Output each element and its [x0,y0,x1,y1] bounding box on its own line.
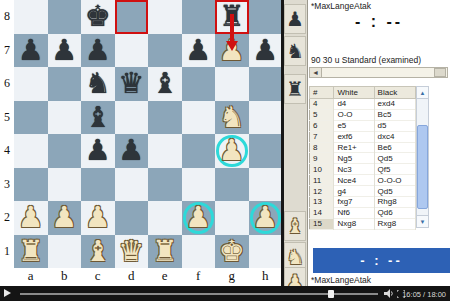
square-b1[interactable] [48,235,82,269]
rank-label-4: 4 [0,134,14,168]
rank-label-7: 7 [0,34,14,68]
white-rook-e1[interactable]: ♜ [148,235,182,269]
move-row-9[interactable]: 9Ng5Qd5 [310,153,416,164]
square-a7[interactable]: ♟ [14,34,48,68]
black-move[interactable]: Qd6 [374,207,415,218]
move-row-8[interactable]: 8Re1+Be6 [310,142,416,153]
rank-label-2: 2 [0,201,14,235]
move-number: 12 [310,186,334,197]
rank-label-3: 3 [0,168,14,202]
white-move[interactable]: exf6 [334,131,374,142]
chess-board: ♚♜♟♟♟♟♟♟♞♛♝♝♞♟♟♟♟♟♟♟♟♜♝♛♜♚ [14,0,282,268]
file-label-c: c [81,268,115,284]
black-pawn-c7[interactable]: ♟ [81,34,115,68]
square-a1[interactable]: ♜ [14,235,48,269]
square-a8[interactable] [14,0,48,34]
move-number: 6 [310,120,334,131]
move-row-11[interactable]: 11Nce4O-O-O [310,175,416,186]
white-pawn-f2[interactable]: ♟ [182,201,216,235]
square-a3[interactable] [14,168,48,202]
square-d2[interactable] [115,201,149,235]
black-pawn-c4[interactable]: ♟ [81,134,115,168]
square-e5[interactable] [148,101,182,135]
rank-label-5: 5 [0,101,14,135]
white-queen-d1[interactable]: ♛ [115,235,149,269]
move-slider[interactable]: ◄ [309,67,448,78]
black-move[interactable]: Bc5 [374,109,415,120]
square-a4[interactable] [14,134,48,168]
white-move[interactable]: fxg7 [334,197,374,208]
last-move-highlight [115,0,149,34]
square-b8[interactable] [48,0,82,34]
square-f7[interactable]: ♟ [182,34,216,68]
move-number: 5 [310,109,334,120]
captured-black-rook: ♜ [284,74,306,104]
black-queen-d6[interactable]: ♛ [115,67,149,101]
black-knight-c6[interactable]: ♞ [81,67,115,101]
square-e6[interactable]: ♝ [148,67,182,101]
square-h7[interactable]: ♟ [249,34,283,68]
square-e1[interactable]: ♜ [148,235,182,269]
black-move[interactable]: d5 [374,120,415,131]
game-title: *MaxLangeAtak [311,1,371,11]
square-g4[interactable]: ♟ [215,134,249,168]
scrollbar-thumb[interactable] [417,125,428,209]
square-d6[interactable]: ♛ [115,67,149,101]
analysis-arrow [230,14,234,41]
video-time-label: 16:05 / 18:00 [402,290,446,299]
move-number: 8 [310,142,334,153]
white-move[interactable]: e5 [334,120,374,131]
white-move[interactable]: Nf6 [334,207,374,218]
black-pawn-d4[interactable]: ♟ [115,134,149,168]
move-row-7[interactable]: 7exf6dxc4 [310,131,416,142]
square-f4[interactable] [182,134,216,168]
square-e2[interactable] [148,201,182,235]
rank-label-1: 1 [0,235,14,269]
black-move[interactable]: dxc4 [374,131,415,142]
square-c7[interactable]: ♟ [81,34,115,68]
black-pawn-a7[interactable]: ♟ [14,34,48,68]
square-c1[interactable]: ♝ [81,235,115,269]
file-label-d: d [115,268,149,284]
captured-pieces-tray: ♟♞♜♝♞♟ [284,0,308,286]
square-d1[interactable]: ♛ [115,235,149,269]
square-h2[interactable]: ♟ [249,201,283,235]
square-g1[interactable]: ♚ [215,235,249,269]
captured-black-pawn: ♟ [284,4,306,34]
square-c8[interactable]: ♚ [81,0,115,34]
file-label-g: g [215,268,249,284]
move-number: 7 [310,131,334,142]
scroll-up-icon[interactable]: ▲ [417,87,428,99]
white-pawn-c2[interactable]: ♟ [81,201,115,235]
black-pawn-f7[interactable]: ♟ [182,34,216,68]
square-c2[interactable]: ♟ [81,201,115,235]
white-king-g1[interactable]: ♚ [215,235,249,269]
move-number: 14 [310,207,334,218]
square-d8[interactable] [115,0,149,34]
square-e3[interactable] [148,168,182,202]
video-progress-thumb[interactable] [328,290,334,298]
white-pawn-a2[interactable]: ♟ [14,201,48,235]
square-b6[interactable] [48,67,82,101]
col-white[interactable]: White [334,87,374,99]
white-pawn-h2[interactable]: ♟ [249,201,283,235]
square-a2[interactable]: ♟ [14,201,48,235]
slider-thumb[interactable] [434,68,446,77]
white-move[interactable]: Re1+ [334,142,374,153]
square-e4[interactable] [148,134,182,168]
move-row-6[interactable]: 6e5d5 [310,120,416,131]
square-g2[interactable] [215,201,249,235]
black-move[interactable]: Qd5 [374,153,415,164]
square-b5[interactable] [48,101,82,135]
white-rook-a1[interactable]: ♜ [14,235,48,269]
move-list-header: # White Black [310,87,416,99]
white-pawn-g4[interactable]: ♟ [215,134,249,168]
black-move[interactable]: Qd5 [374,186,415,197]
white-move[interactable]: d4 [334,99,374,110]
white-move[interactable]: Nxg8 [334,218,374,229]
captured-white-bishop: ♝ [284,211,306,241]
square-h3[interactable] [249,168,283,202]
rank-label-6: 6 [0,67,14,101]
file-label-b: b [48,268,82,284]
speaker-icon[interactable] [384,289,394,298]
black-move[interactable]: O-O-O [374,175,415,186]
video-progress-track[interactable] [20,293,378,295]
rank-label-8: 8 [0,0,14,34]
col-number[interactable]: # [310,87,334,99]
square-c3[interactable] [81,168,115,202]
move-number: 9 [310,153,334,164]
black-move[interactable]: Qf5 [374,164,415,175]
white-bishop-c1[interactable]: ♝ [81,235,115,269]
file-label-h: h [249,268,283,284]
white-move[interactable]: O-O [334,109,374,120]
chess-client-window: 87654321 ♚♜♟♟♟♟♟♟♞♛♝♝♞♟♟♟♟♟♟♟♟♜♝♛♜♚ abcd… [0,0,450,301]
square-b7[interactable]: ♟ [48,34,82,68]
square-g6[interactable] [215,67,249,101]
slider-left-arrow-icon[interactable]: ◄ [310,68,322,77]
square-d3[interactable] [115,168,149,202]
square-b3[interactable] [48,168,82,202]
play-icon[interactable] [4,289,11,297]
black-bishop-e6[interactable]: ♝ [148,67,182,101]
white-move[interactable]: g4 [334,186,374,197]
square-f1[interactable] [182,235,216,269]
square-a6[interactable] [14,67,48,101]
move-number: 13 [310,197,334,208]
game-info-panel: *MaxLangeAtak - : -- 90 30 u Standard (e… [308,0,450,286]
white-move[interactable]: Nc3 [334,164,374,175]
file-label-f: f [182,268,216,284]
square-a5[interactable] [14,101,48,135]
square-f5[interactable] [182,101,216,135]
file-labels: abcdefgh [14,268,282,284]
white-move[interactable]: Ng5 [334,153,374,164]
square-c5[interactable]: ♝ [81,101,115,135]
white-clock: - : -- [308,13,450,31]
move-number: 11 [310,175,334,186]
square-e7[interactable] [148,34,182,68]
square-g5[interactable]: ♞ [215,101,249,135]
square-h4[interactable] [249,134,283,168]
square-h1[interactable] [249,235,283,269]
game-info-line: 90 30 u Standard (examined) [311,55,421,65]
black-move[interactable]: exd4 [374,99,415,110]
move-row-14[interactable]: 14Nf6Qd6 [310,207,416,218]
move-list-scrollbar[interactable]: ▲ ▼ [416,86,429,228]
scroll-down-icon[interactable]: ▼ [417,215,428,227]
video-controls-bar: 16:05 / 18:00 [0,286,450,301]
square-f6[interactable] [182,67,216,101]
black-clock: - : -- [313,248,450,273]
black-king-c8[interactable]: ♚ [81,0,115,34]
rank-labels: 87654321 [0,0,14,268]
move-row-4[interactable]: 4d4exd4 [310,99,416,110]
square-h8[interactable] [249,0,283,34]
move-number: 15 [310,218,334,229]
move-row-15[interactable]: 15Nxg8Rxg8 [310,218,416,229]
white-knight-g5[interactable]: ♞ [215,101,249,135]
square-c6[interactable]: ♞ [81,67,115,101]
square-b2[interactable]: ♟ [48,201,82,235]
black-bishop-c5[interactable]: ♝ [81,101,115,135]
black-pawn-b7[interactable]: ♟ [48,34,82,68]
square-h5[interactable] [249,101,283,135]
square-e8[interactable] [148,0,182,34]
square-b4[interactable] [48,134,82,168]
square-d4[interactable]: ♟ [115,134,149,168]
white-move[interactable]: Nce4 [334,175,374,186]
player-label: *MaxLangeAtak [311,275,371,285]
white-pawn-b2[interactable]: ♟ [48,201,82,235]
analysis-arrow-head [226,41,238,51]
file-label-e: e [148,268,182,284]
square-d5[interactable] [115,101,149,135]
move-number: 10 [310,164,334,175]
square-c4[interactable]: ♟ [81,134,115,168]
move-number: 4 [310,99,334,110]
square-d7[interactable] [115,34,149,68]
square-g3[interactable] [215,168,249,202]
move-row-10[interactable]: 10Nc3Qf5 [310,164,416,175]
move-list-table: # White Black 4d4exd45O-OBc56e5d57exf6dx… [309,86,416,230]
black-move[interactable]: Rxg8 [374,218,415,229]
square-f3[interactable] [182,168,216,202]
black-move[interactable]: Rhg8 [374,197,415,208]
square-f8[interactable] [182,0,216,34]
black-pawn-h7[interactable]: ♟ [249,34,283,68]
captured-black-knight: ♞ [284,36,306,66]
file-label-a: a [14,268,48,284]
black-move[interactable]: Be6 [374,142,415,153]
square-h6[interactable] [249,67,283,101]
move-row-12[interactable]: 12g4Qd5 [310,186,416,197]
square-f2[interactable]: ♟ [182,201,216,235]
move-row-5[interactable]: 5O-OBc5 [310,109,416,120]
move-row-13[interactable]: 13fxg7Rhg8 [310,197,416,208]
col-black[interactable]: Black [374,87,415,99]
